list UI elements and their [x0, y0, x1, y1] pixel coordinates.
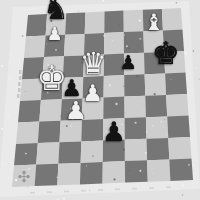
- grain-speck: [82, 61, 83, 62]
- board-square: [125, 117, 147, 139]
- grain-speck: [13, 106, 14, 107]
- grain-speck: [66, 125, 68, 127]
- board-square: [125, 160, 148, 182]
- grain-speck: [70, 107, 72, 109]
- board-square: [124, 74, 145, 96]
- board-square: [103, 118, 125, 140]
- board-square: [169, 159, 193, 181]
- grain-speck: [113, 178, 115, 180]
- grain-speck: [193, 7, 194, 8]
- border-smudge: [19, 76, 22, 80]
- grain-speck: [128, 170, 130, 172]
- grain-speck: [8, 163, 9, 164]
- grain-speck: [115, 103, 117, 105]
- grain-speck: [182, 185, 184, 187]
- grain-speck: [70, 125, 71, 126]
- border-smudge: [81, 190, 86, 192]
- board-square: [18, 100, 41, 122]
- board-square: [143, 30, 164, 52]
- board-square: [60, 120, 82, 142]
- grain-speck: [145, 152, 147, 154]
- border-smudge: [98, 189, 103, 191]
- board-square: [46, 13, 67, 35]
- grain-speck: [47, 92, 49, 94]
- board-square: [20, 79, 42, 101]
- border-smudge: [19, 70, 22, 74]
- grain-speck: [102, 0, 104, 1]
- grain-speck: [124, 194, 125, 195]
- grain-speck: [119, 24, 120, 25]
- grain-speck: [29, 37, 30, 38]
- border-smudge: [132, 188, 137, 190]
- grain-speck: [89, 190, 90, 191]
- grain-speck: [101, 36, 102, 37]
- board-square: [104, 75, 125, 97]
- border-smudge: [30, 192, 35, 194]
- border-smudge: [18, 82, 21, 86]
- grain-speck: [81, 1, 82, 2]
- board-square: [63, 55, 84, 77]
- board-square: [147, 138, 170, 160]
- border-smudge: [166, 186, 171, 188]
- board-square: [124, 96, 145, 118]
- board-square: [167, 116, 190, 138]
- grain-speck: [40, 91, 41, 92]
- grain-speck: [153, 52, 154, 53]
- grain-speck: [47, 64, 49, 66]
- grain-speck: [176, 2, 177, 3]
- grain-speck: [18, 55, 19, 56]
- grain-speck: [3, 97, 4, 98]
- grain-speck: [141, 101, 142, 102]
- grain-speck: [161, 121, 163, 123]
- board-square: [85, 12, 105, 34]
- grain-speck: [72, 117, 74, 119]
- border-smudge: [64, 191, 69, 193]
- grain-speck: [8, 115, 9, 116]
- board-square: [103, 97, 124, 119]
- border-smudge: [47, 191, 52, 193]
- board-square: [42, 56, 64, 78]
- grain-speck: [25, 153, 27, 155]
- grain-speck: [1, 65, 3, 67]
- grain-speck: [44, 84, 45, 85]
- grain-speck: [146, 131, 147, 132]
- grain-speck: [27, 186, 28, 187]
- board-square: [124, 31, 144, 53]
- board-square: [24, 36, 46, 58]
- board-square: [62, 77, 84, 99]
- board-square: [41, 78, 63, 100]
- grain-speck: [139, 38, 141, 40]
- grain-speck: [103, 35, 105, 37]
- board-square: [104, 11, 124, 33]
- grain-speck: [46, 43, 47, 44]
- grain-speck: [9, 78, 10, 79]
- grain-speck: [124, 34, 125, 35]
- grain-speck: [152, 173, 153, 174]
- grain-speck: [9, 62, 10, 63]
- grain-speck: [85, 56, 87, 58]
- board-square: [44, 35, 65, 57]
- board-square: [65, 12, 85, 34]
- grain-speck: [164, 119, 165, 120]
- grain-speck: [63, 198, 65, 200]
- board-square: [104, 54, 124, 76]
- grain-speck: [55, 49, 57, 51]
- grain-speck: [112, 40, 113, 41]
- grain-speck: [92, 155, 94, 157]
- grain-speck: [49, 67, 50, 68]
- grain-speck: [6, 48, 7, 49]
- grain-speck: [85, 183, 86, 184]
- board-square: [125, 139, 147, 161]
- board-photo: ♞♝♟♚♟♚♛♟♟♟♟ ✣: [0, 0, 200, 200]
- board-square: [26, 14, 47, 36]
- grain-speck: [127, 47, 129, 49]
- grain-speck: [188, 164, 190, 166]
- board-square: [146, 116, 168, 138]
- grain-speck: [199, 79, 200, 80]
- board-square: [35, 164, 59, 186]
- grain-speck: [121, 123, 123, 125]
- grain-speck: [57, 198, 59, 200]
- grain-speck: [185, 52, 187, 54]
- grain-speck: [177, 51, 178, 52]
- board-square: [143, 9, 163, 31]
- board-square: [38, 121, 61, 143]
- grain-speck: [137, 75, 139, 77]
- grain-speck: [60, 115, 62, 117]
- grain-speck: [78, 10, 79, 11]
- board-square: [145, 73, 167, 95]
- board-square: [22, 57, 44, 79]
- grain-speck: [1, 128, 3, 130]
- grain-speck: [126, 45, 128, 47]
- grain-speck: [135, 122, 137, 124]
- board-square: [165, 73, 187, 95]
- board-square: [64, 34, 85, 56]
- board-square: [162, 8, 183, 30]
- board-square: [39, 99, 62, 121]
- grain-speck: [174, 59, 175, 60]
- border-smudge: [115, 189, 120, 191]
- grain-speck: [10, 53, 12, 55]
- board-square: [163, 30, 184, 52]
- grain-speck: [50, 20, 52, 22]
- grain-speck: [57, 176, 59, 178]
- grain-speck: [86, 165, 87, 166]
- grain-speck: [32, 137, 33, 138]
- board-square: [36, 142, 59, 164]
- board-square: [80, 162, 103, 184]
- grain-speck: [123, 149, 125, 151]
- board-square: [144, 52, 165, 74]
- board-square: [147, 159, 170, 181]
- board-square: [104, 32, 124, 54]
- grain-speck: [109, 84, 111, 86]
- grain-speck: [71, 90, 72, 91]
- grain-speck: [123, 85, 125, 87]
- grain-speck: [4, 163, 6, 165]
- board-square: [82, 98, 104, 120]
- grain-speck: [107, 186, 108, 187]
- board-square: [164, 51, 186, 73]
- grain-speck: [193, 50, 194, 51]
- corner-ornament-icon: ✣: [15, 168, 33, 186]
- border-smudge: [18, 88, 21, 92]
- grain-speck: [89, 55, 91, 57]
- grain-speck: [33, 3, 34, 4]
- grain-speck: [182, 194, 184, 196]
- board-square: [145, 95, 167, 117]
- grain-speck: [146, 164, 147, 165]
- grain-speck: [154, 93, 156, 95]
- border-smudge: [149, 187, 154, 189]
- border-smudge: [17, 94, 20, 98]
- board-square: [124, 53, 145, 75]
- grain-speck: [152, 125, 154, 127]
- grain-speck: [170, 79, 171, 80]
- board-square: [103, 140, 125, 162]
- board-square: [57, 163, 80, 185]
- board-square: [58, 141, 81, 163]
- grain-speck: [139, 170, 141, 172]
- grain-speck: [195, 67, 197, 69]
- board-square: [81, 141, 103, 163]
- board-square: [168, 137, 191, 159]
- grain-speck: [192, 161, 193, 162]
- grain-speck: [22, 35, 24, 37]
- grain-speck: [166, 135, 167, 136]
- board-square: [166, 94, 188, 116]
- board-square: [83, 76, 104, 98]
- grain-speck: [137, 104, 138, 105]
- grain-speck: [25, 91, 26, 92]
- board-square: [16, 122, 39, 144]
- board-square: [81, 119, 103, 141]
- grain-speck: [139, 19, 141, 21]
